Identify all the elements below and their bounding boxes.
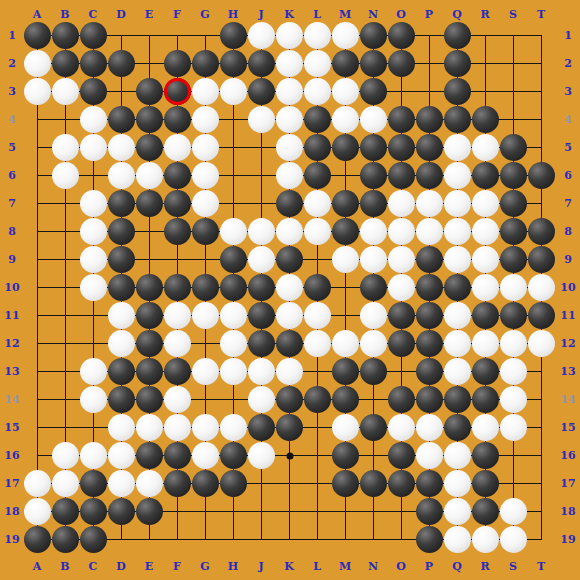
board-cell[interactable]: [303, 469, 331, 497]
black-stone: [136, 442, 163, 469]
col-label: S: [509, 9, 517, 20]
board-cell: [359, 413, 387, 441]
stone-surface: [444, 106, 471, 133]
board-cell[interactable]: [527, 133, 555, 161]
board-cell[interactable]: [331, 525, 359, 553]
black-stone: [360, 274, 387, 301]
board-cell[interactable]: [191, 385, 219, 413]
stone-surface: [108, 218, 135, 245]
board-cell[interactable]: [51, 273, 79, 301]
board-cell[interactable]: [359, 497, 387, 525]
col-label: G: [200, 561, 209, 572]
board-cell[interactable]: [23, 217, 51, 245]
stone-surface: [108, 442, 135, 469]
board-cell[interactable]: [219, 189, 247, 217]
black-stone: [108, 498, 135, 525]
row-label: 14: [4, 394, 19, 405]
stone-surface: [164, 106, 191, 133]
board-cell[interactable]: [359, 385, 387, 413]
board-cell: [163, 469, 191, 497]
stone-surface: [472, 414, 499, 441]
stone-surface: [416, 330, 443, 357]
board-cell[interactable]: [527, 49, 555, 77]
board-cell[interactable]: [387, 77, 415, 105]
stone-surface: [80, 78, 107, 105]
board-cell: [359, 133, 387, 161]
board-cell: [499, 385, 527, 413]
black-stone: [388, 330, 415, 357]
board-cell[interactable]: [51, 245, 79, 273]
board-cell: [191, 413, 219, 441]
stone-surface: [360, 162, 387, 189]
board-cell[interactable]: [107, 525, 135, 553]
board-cell[interactable]: [219, 525, 247, 553]
board-cell: [359, 105, 387, 133]
board-cell: [471, 105, 499, 133]
board-cell[interactable]: [51, 105, 79, 133]
stone-surface: [248, 246, 275, 273]
white-stone: [220, 330, 247, 357]
white-stone: [444, 526, 471, 553]
board-cell[interactable]: [23, 413, 51, 441]
board-cell[interactable]: [23, 273, 51, 301]
col-label: Q: [452, 9, 462, 20]
board-cell[interactable]: [527, 189, 555, 217]
board-cell: [163, 49, 191, 77]
board-cell: [163, 189, 191, 217]
stone-surface: [80, 22, 107, 49]
stone-surface: [332, 330, 359, 357]
board-cell: [135, 77, 163, 105]
white-stone: [164, 414, 191, 441]
stone-surface: [360, 22, 387, 49]
stone-surface: [52, 526, 79, 553]
black-stone: [332, 218, 359, 245]
board-cell: [135, 105, 163, 133]
white-stone: [472, 218, 499, 245]
white-stone: [108, 414, 135, 441]
board-cell: [471, 497, 499, 525]
stone-surface: [444, 526, 471, 553]
black-stone: [472, 106, 499, 133]
white-stone: [136, 470, 163, 497]
white-stone: [388, 246, 415, 273]
white-stone: [80, 358, 107, 385]
board-cell[interactable]: [527, 357, 555, 385]
board-cell[interactable]: [499, 105, 527, 133]
board-cell[interactable]: [303, 245, 331, 273]
board-cell: [331, 385, 359, 413]
board-cell[interactable]: [247, 525, 275, 553]
col-label: F: [173, 561, 181, 572]
board-cell[interactable]: [135, 525, 163, 553]
stone-surface: [444, 470, 471, 497]
black-stone: [52, 50, 79, 77]
black-stone: [136, 78, 163, 105]
board-cell[interactable]: [415, 77, 443, 105]
board-cell[interactable]: [79, 329, 107, 357]
white-stone: [192, 162, 219, 189]
white-stone: [248, 442, 275, 469]
white-stone: [472, 414, 499, 441]
black-stone: [164, 78, 191, 105]
col-label: F: [173, 9, 181, 20]
board-cell: [107, 161, 135, 189]
board-cell[interactable]: [359, 525, 387, 553]
board-cell: [275, 385, 303, 413]
white-stone: [108, 162, 135, 189]
board-cell[interactable]: [527, 385, 555, 413]
black-stone: [388, 162, 415, 189]
board-cell: [163, 133, 191, 161]
board-cell: [415, 133, 443, 161]
board-cell[interactable]: [51, 385, 79, 413]
row-label: 15: [560, 422, 575, 433]
board-cell: [275, 413, 303, 441]
board-cell[interactable]: [135, 245, 163, 273]
white-stone: [444, 134, 471, 161]
board-cell[interactable]: [219, 105, 247, 133]
stone-surface: [192, 134, 219, 161]
black-stone: [192, 470, 219, 497]
board-cell[interactable]: [527, 525, 555, 553]
black-stone: [52, 498, 79, 525]
board-cell[interactable]: [163, 525, 191, 553]
board-cell[interactable]: [191, 497, 219, 525]
stone-surface: [192, 442, 219, 469]
board-cell[interactable]: [163, 21, 191, 49]
board-cell[interactable]: [499, 49, 527, 77]
board-cell[interactable]: [107, 77, 135, 105]
board-cell[interactable]: [275, 469, 303, 497]
go-board[interactable]: AABBCCDDEEFFGGHHJJKKLLMMNNOOPPQQRRSSTT11…: [0, 0, 580, 580]
board-cell[interactable]: [527, 105, 555, 133]
col-label: P: [425, 561, 433, 572]
board-cell: [499, 329, 527, 357]
stone-surface: [164, 386, 191, 413]
board-cell[interactable]: [163, 497, 191, 525]
board-cell[interactable]: [191, 245, 219, 273]
board-cell: [387, 21, 415, 49]
stone-surface: [192, 218, 219, 245]
board-cell: [303, 273, 331, 301]
board-cell[interactable]: [471, 77, 499, 105]
stone-surface: [248, 106, 275, 133]
board-cell[interactable]: [191, 525, 219, 553]
stone-surface: [360, 302, 387, 329]
white-stone: [80, 274, 107, 301]
stone-surface: [444, 78, 471, 105]
black-stone: [108, 218, 135, 245]
white-stone: [276, 302, 303, 329]
board-cell[interactable]: [303, 413, 331, 441]
board-cell[interactable]: [527, 497, 555, 525]
stone-surface: [444, 414, 471, 441]
black-stone: [220, 22, 247, 49]
stone-surface: [52, 50, 79, 77]
white-stone: [500, 414, 527, 441]
board-cell[interactable]: [415, 21, 443, 49]
board-cell[interactable]: [359, 441, 387, 469]
stone-surface: [304, 302, 331, 329]
stone-surface: [416, 134, 443, 161]
row-label: 2: [8, 58, 16, 69]
board-cell[interactable]: [23, 189, 51, 217]
black-stone: [528, 302, 555, 329]
board-cell[interactable]: [23, 161, 51, 189]
stone-surface: [444, 246, 471, 273]
stone-surface: [108, 246, 135, 273]
board-cell[interactable]: [331, 273, 359, 301]
stone-surface: [472, 162, 499, 189]
board-cell[interactable]: [51, 217, 79, 245]
board-cell[interactable]: [527, 469, 555, 497]
board-cell[interactable]: [331, 301, 359, 329]
board-cell[interactable]: [471, 49, 499, 77]
black-stone: [388, 470, 415, 497]
black-stone: [500, 190, 527, 217]
board-cell: [275, 329, 303, 357]
board-cell: [79, 49, 107, 77]
stone-surface: [80, 526, 107, 553]
board-cell[interactable]: [51, 329, 79, 357]
board-cell: [191, 469, 219, 497]
board-cell[interactable]: [415, 49, 443, 77]
stone-surface: [24, 50, 51, 77]
board-cell[interactable]: [51, 357, 79, 385]
row-label: 6: [8, 170, 16, 181]
board-cell: [303, 105, 331, 133]
stone-surface: [500, 498, 527, 525]
board-stones-layer[interactable]: [23, 21, 555, 553]
stone-surface: [500, 414, 527, 441]
board-cell[interactable]: [23, 301, 51, 329]
white-stone: [304, 190, 331, 217]
white-stone: [80, 134, 107, 161]
stone-surface: [276, 78, 303, 105]
stone-surface: [500, 386, 527, 413]
stone-surface: [500, 134, 527, 161]
black-stone: [416, 498, 443, 525]
board-cell[interactable]: [387, 525, 415, 553]
board-cell[interactable]: [79, 413, 107, 441]
black-stone: [332, 386, 359, 413]
stone-surface: [416, 106, 443, 133]
board-cell: [331, 133, 359, 161]
board-cell: [443, 105, 471, 133]
board-cell[interactable]: [527, 21, 555, 49]
stone-surface: [304, 190, 331, 217]
board-cell: [387, 217, 415, 245]
board-cell: [303, 21, 331, 49]
stone-surface: [332, 414, 359, 441]
board-cell[interactable]: [219, 133, 247, 161]
board-cell[interactable]: [303, 525, 331, 553]
row-label: 11: [560, 310, 575, 321]
black-stone: [472, 498, 499, 525]
board-cell: [247, 49, 275, 77]
board-cell[interactable]: [79, 301, 107, 329]
black-stone: [500, 162, 527, 189]
stone-surface: [528, 218, 555, 245]
board-cell[interactable]: [527, 413, 555, 441]
board-cell: [191, 77, 219, 105]
black-stone: [80, 22, 107, 49]
board-cell: [51, 133, 79, 161]
board-cell: [443, 497, 471, 525]
stone-surface: [80, 470, 107, 497]
stone-surface: [360, 470, 387, 497]
board-cell[interactable]: [247, 161, 275, 189]
stone-surface: [332, 190, 359, 217]
board-cell: [415, 357, 443, 385]
stone-surface: [108, 302, 135, 329]
black-stone: [136, 498, 163, 525]
col-label: K: [284, 561, 294, 572]
board-cell: [443, 357, 471, 385]
board-cell[interactable]: [331, 497, 359, 525]
board-cell[interactable]: [23, 441, 51, 469]
board-cell: [275, 189, 303, 217]
black-stone: [80, 526, 107, 553]
board-cell: [415, 413, 443, 441]
white-stone: [388, 414, 415, 441]
board-cell: [387, 273, 415, 301]
black-stone: [472, 470, 499, 497]
board-cell[interactable]: [499, 77, 527, 105]
board-cell[interactable]: [275, 525, 303, 553]
white-stone: [500, 358, 527, 385]
board-cell: [443, 301, 471, 329]
board-cell[interactable]: [303, 357, 331, 385]
board-cell: [219, 77, 247, 105]
board-cell[interactable]: [23, 385, 51, 413]
board-cell[interactable]: [191, 21, 219, 49]
board-cell[interactable]: [247, 469, 275, 497]
board-cell: [23, 21, 51, 49]
col-label: N: [368, 561, 378, 572]
col-label: J: [258, 9, 263, 20]
white-stone: [276, 134, 303, 161]
white-stone: [444, 190, 471, 217]
board-cell[interactable]: [247, 133, 275, 161]
board-cell[interactable]: [499, 469, 527, 497]
board-cell: [443, 189, 471, 217]
white-stone: [108, 470, 135, 497]
board-cell[interactable]: [51, 301, 79, 329]
board-cell[interactable]: [275, 497, 303, 525]
board-cell: [331, 469, 359, 497]
board-cell[interactable]: [387, 497, 415, 525]
stone-surface: [500, 246, 527, 273]
board-cell[interactable]: [303, 441, 331, 469]
board-cell[interactable]: [331, 161, 359, 189]
stone-surface: [80, 246, 107, 273]
board-cell[interactable]: [51, 189, 79, 217]
board-cell: [527, 217, 555, 245]
board-cell[interactable]: [247, 497, 275, 525]
board-cell[interactable]: [527, 77, 555, 105]
stone-surface: [108, 162, 135, 189]
stone-surface: [304, 274, 331, 301]
stone-surface: [500, 358, 527, 385]
board-cell[interactable]: [219, 497, 247, 525]
board-cell[interactable]: [23, 357, 51, 385]
stone-surface: [304, 78, 331, 105]
white-stone: [52, 134, 79, 161]
board-cell[interactable]: [303, 497, 331, 525]
board-cell[interactable]: [499, 441, 527, 469]
board-cell[interactable]: [51, 413, 79, 441]
row-label: 5: [8, 142, 16, 153]
row-label: 13: [560, 366, 575, 377]
board-cell[interactable]: [247, 189, 275, 217]
col-label: B: [60, 9, 69, 20]
row-label: 8: [564, 226, 572, 237]
board-cell[interactable]: [23, 133, 51, 161]
board-cell[interactable]: [23, 329, 51, 357]
board-cell: [51, 441, 79, 469]
col-label: Q: [452, 561, 462, 572]
col-label: T: [537, 561, 545, 572]
board-cell[interactable]: [471, 21, 499, 49]
stone-surface: [304, 134, 331, 161]
stone-surface: [80, 442, 107, 469]
stone-surface: [192, 106, 219, 133]
black-stone: [304, 386, 331, 413]
black-stone: [332, 50, 359, 77]
black-stone: [416, 134, 443, 161]
board-cell[interactable]: [219, 385, 247, 413]
stone-surface: [528, 246, 555, 273]
board-cell: [527, 245, 555, 273]
stone-surface: [220, 330, 247, 357]
board-cell[interactable]: [499, 21, 527, 49]
board-cell: [443, 413, 471, 441]
board-cell[interactable]: [163, 245, 191, 273]
board-cell[interactable]: [23, 245, 51, 273]
stone-surface: [416, 498, 443, 525]
stone-surface: [164, 274, 191, 301]
stone-surface: [136, 162, 163, 189]
board-cell[interactable]: [275, 441, 303, 469]
stone-surface: [500, 218, 527, 245]
board-cell: [415, 329, 443, 357]
row-label: 3: [564, 86, 572, 97]
stone-surface: [80, 498, 107, 525]
board-cell[interactable]: [135, 217, 163, 245]
board-cell[interactable]: [191, 329, 219, 357]
white-stone: [276, 106, 303, 133]
board-cell: [527, 273, 555, 301]
board-cell[interactable]: [387, 357, 415, 385]
board-cell[interactable]: [107, 21, 135, 49]
board-cell[interactable]: [219, 161, 247, 189]
black-stone: [136, 134, 163, 161]
board-cell: [135, 133, 163, 161]
col-label: M: [339, 9, 351, 20]
board-cell[interactable]: [79, 161, 107, 189]
stone-surface: [416, 386, 443, 413]
board-cell[interactable]: [23, 105, 51, 133]
board-cell[interactable]: [527, 441, 555, 469]
board-cell[interactable]: [135, 49, 163, 77]
white-stone: [444, 218, 471, 245]
board-cell[interactable]: [135, 21, 163, 49]
white-stone: [276, 22, 303, 49]
board-cell: [303, 329, 331, 357]
stone-surface: [108, 330, 135, 357]
